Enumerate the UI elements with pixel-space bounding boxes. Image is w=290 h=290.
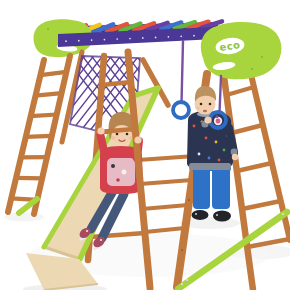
boy-arm: [229, 128, 234, 152]
play-gym-illustration: eco: [0, 0, 290, 290]
ring-strap: [220, 76, 222, 113]
product-photo-stage: eco: [0, 0, 290, 290]
girl-sweater-print: [107, 158, 135, 186]
girl-arm: [100, 133, 105, 156]
boy-hand: [232, 154, 238, 160]
boy-hand-on-ring: [204, 116, 211, 123]
boy-sweater-hem: [189, 163, 231, 170]
boy-pant-leg: [193, 166, 210, 209]
eco-panel: eco: [201, 22, 282, 79]
girl-hand: [97, 127, 104, 134]
ring-strap: [182, 41, 184, 103]
girl-hand: [134, 136, 141, 143]
boy-pant-leg: [212, 166, 230, 209]
